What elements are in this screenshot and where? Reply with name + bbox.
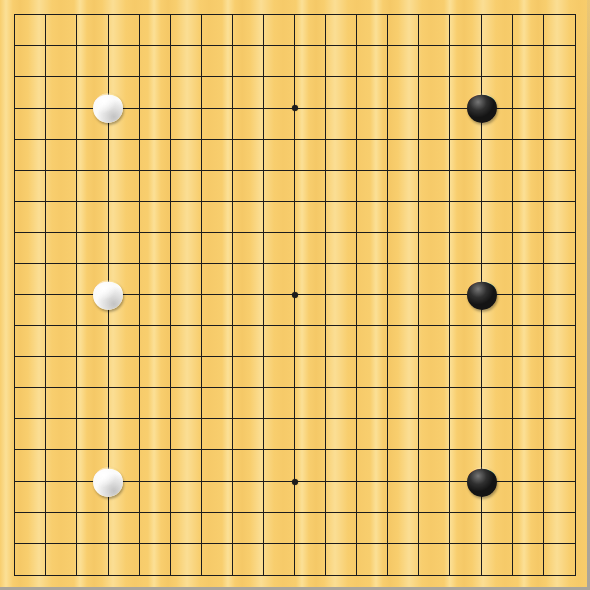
grid-cell [233,513,264,544]
grid-cell [264,264,295,295]
grid-cell [171,357,202,388]
grid-cell [171,419,202,450]
grid-cell [482,513,513,544]
grid-cell [46,357,77,388]
grid-cell [419,109,450,140]
grid-cell [357,140,388,171]
grid-cell [388,544,419,575]
grid-cell [233,202,264,233]
grid-cell [388,109,419,140]
grid-cell [357,171,388,202]
grid-cell [513,482,544,513]
grid-cell [388,357,419,388]
grid-cell [140,15,171,46]
grid-cell [202,171,233,202]
grid-cell [450,419,481,450]
grid-cell [202,46,233,77]
black-stone: ● [467,467,497,497]
grid-cell [295,357,326,388]
grid-cell [419,233,450,264]
grid-cell [233,419,264,450]
grid-cell [513,171,544,202]
grid-cell [140,388,171,419]
grid-cell [264,171,295,202]
grid-cell [295,140,326,171]
grid-cell [140,77,171,108]
grid-cell [140,450,171,481]
grid-cell [326,233,357,264]
grid-cell [513,419,544,450]
grid-cell [419,450,450,481]
grid-cell [295,202,326,233]
grid-cell [46,233,77,264]
grid-cell [109,140,140,171]
grid-cell [513,77,544,108]
grid-cell [140,326,171,357]
grid-cell [295,171,326,202]
grid-cell [357,326,388,357]
grid-cell [140,140,171,171]
grid-cell [77,544,108,575]
grid-cell [171,326,202,357]
grid-cell [357,15,388,46]
grid-cell [171,140,202,171]
grid-cell [264,326,295,357]
grid-cell [46,140,77,171]
grid-cell [77,140,108,171]
grid-cell [544,513,575,544]
grid-cell [326,15,357,46]
grid-cell [109,46,140,77]
grid-cell [264,77,295,108]
grid-cell [46,171,77,202]
grid-cell [140,544,171,575]
grid-cell [233,77,264,108]
grid-cell [202,357,233,388]
grid-cell [295,46,326,77]
grid-cell [544,15,575,46]
grid-cell [544,264,575,295]
grid-cell [419,357,450,388]
grid-cell [202,264,233,295]
grid-cell [326,140,357,171]
grid-cell [46,202,77,233]
grid-cell [15,171,46,202]
grid-cell [326,295,357,326]
grid-cell [326,513,357,544]
grid-cell [15,77,46,108]
grid-cell [388,388,419,419]
grid-cell [357,419,388,450]
grid-cell [46,46,77,77]
grid-cell [202,482,233,513]
grid-cell [46,109,77,140]
grid-cell [15,450,46,481]
black-stone: ● [467,93,497,123]
grid-cell [357,109,388,140]
grid-cell [140,233,171,264]
grid-cell [544,544,575,575]
grid-cell [513,388,544,419]
grid-cell [419,482,450,513]
grid-cell [357,77,388,108]
grid-cell [544,357,575,388]
grid-cell [295,482,326,513]
grid-cell [482,357,513,388]
grid-cell [295,77,326,108]
grid-cell [264,233,295,264]
grid-cell [450,233,481,264]
grid-cell [450,202,481,233]
grid-cell [109,513,140,544]
star-point [292,479,298,485]
grid-cell [46,388,77,419]
grid-cell [202,544,233,575]
black-stone-glyph: ● [467,467,497,497]
grid-cell [544,295,575,326]
grid-cell [233,295,264,326]
grid-cell [544,388,575,419]
grid-cell [357,295,388,326]
grid-cell [388,326,419,357]
grid-cell [513,295,544,326]
grid-cell [15,544,46,575]
grid-cell [264,450,295,481]
grid-cell [202,15,233,46]
go-board[interactable]: ●●●●●● [0,0,590,590]
grid-cell [419,46,450,77]
grid-cell [388,140,419,171]
grid-cell [233,388,264,419]
grid-cell [171,77,202,108]
grid-cell [450,388,481,419]
grid-cell [450,171,481,202]
grid-cell [388,202,419,233]
grid-cell [482,233,513,264]
grid-cell [419,513,450,544]
grid-cell [15,233,46,264]
grid-cell [46,513,77,544]
grid-cell [419,140,450,171]
grid-cell [544,450,575,481]
grid-cell [482,171,513,202]
grid-cell [264,357,295,388]
grid-cell [264,513,295,544]
grid-cell [140,357,171,388]
grid-cell [171,202,202,233]
grid-cell [357,513,388,544]
grid-cell [140,264,171,295]
grid-cell [109,233,140,264]
grid-cell [513,140,544,171]
grid-cell [109,357,140,388]
grid-cell [46,482,77,513]
black-stone: ● [467,280,497,310]
grid-cell [264,295,295,326]
grid-cell [450,544,481,575]
grid-cell [357,450,388,481]
grid-cell [233,357,264,388]
grid-cell [46,419,77,450]
grid-cell [326,109,357,140]
grid-cell [140,513,171,544]
grid-cell [513,544,544,575]
grid-cell [482,140,513,171]
grid-cell [15,388,46,419]
grid-cell [326,388,357,419]
grid-cell [388,295,419,326]
grid-cell [326,202,357,233]
grid-cell [77,171,108,202]
grid-cell [419,388,450,419]
grid-cell [388,77,419,108]
grid-cell [202,295,233,326]
grid-cell [357,482,388,513]
grid-cell [140,482,171,513]
grid-cell [295,264,326,295]
grid-cell [419,15,450,46]
grid-cell [15,202,46,233]
grid-cell [357,388,388,419]
grid-cell [388,419,419,450]
grid-cell [46,295,77,326]
grid-cell [171,388,202,419]
grid-cell [388,450,419,481]
grid-cell [326,77,357,108]
grid-cell [388,233,419,264]
grid-cell [388,482,419,513]
grid-cell [419,419,450,450]
grid-cell [77,46,108,77]
grid-cell [482,46,513,77]
grid-cell [15,264,46,295]
grid-cell [513,326,544,357]
grid-cell [46,264,77,295]
grid-cell [233,15,264,46]
grid-cell [202,419,233,450]
grid-cell [140,295,171,326]
grid-cell [77,357,108,388]
grid-cell [77,513,108,544]
grid-cell [295,450,326,481]
grid-cell [171,15,202,46]
grid-cell [357,264,388,295]
grid-cell [419,326,450,357]
grid-cell [419,171,450,202]
grid-cell [450,357,481,388]
grid-cell [388,513,419,544]
grid-cell [513,202,544,233]
grid-cell [264,109,295,140]
grid-cell [513,513,544,544]
grid-cell [357,544,388,575]
grid-cell [46,15,77,46]
grid-cell [233,171,264,202]
black-stone-glyph: ● [467,93,497,123]
grid-cell [233,450,264,481]
grid-cell [419,295,450,326]
grid-cell [15,109,46,140]
grid-cell [450,513,481,544]
grid-cell [109,388,140,419]
grid-cell [171,482,202,513]
grid-cell [140,46,171,77]
grid-cell [357,357,388,388]
grid-cell [233,326,264,357]
grid-cell [109,171,140,202]
grid-cell [15,295,46,326]
grid-cell [77,388,108,419]
grid-cell [357,233,388,264]
grid-cell [419,77,450,108]
grid-cell [295,15,326,46]
grid-cell [171,171,202,202]
grid-cell [326,357,357,388]
grid-cell [513,109,544,140]
grid-cell [15,357,46,388]
grid-cell [450,326,481,357]
grid-cell [326,482,357,513]
grid-cell [544,140,575,171]
grid-cell [233,109,264,140]
black-stone-glyph: ● [467,280,497,310]
grid-cell [326,450,357,481]
grid-cell [326,419,357,450]
star-point [292,292,298,298]
grid-cell [450,140,481,171]
grid-cell [326,326,357,357]
grid-cell [264,140,295,171]
grid-cell [171,264,202,295]
grid-cell [513,450,544,481]
grid-cell [544,46,575,77]
grid-cell [202,388,233,419]
grid-cell [46,326,77,357]
grid-cell [482,15,513,46]
grid-cell [171,544,202,575]
grid-cell [482,326,513,357]
grid-cell [202,109,233,140]
grid-cell [295,109,326,140]
grid-cell [513,264,544,295]
grid-cell [109,326,140,357]
grid-cell [15,419,46,450]
grid-cell [326,544,357,575]
grid-cell [388,171,419,202]
grid-cell [513,46,544,77]
grid-cell [482,544,513,575]
grid-cell [202,202,233,233]
grid-cell [109,544,140,575]
grid-cell [140,202,171,233]
grid-cell [171,109,202,140]
grid-cell [544,202,575,233]
grid-cell [419,202,450,233]
grid-cell [77,233,108,264]
grid-cell [15,326,46,357]
grid-cell [202,140,233,171]
grid-cell [140,171,171,202]
grid-cell [482,388,513,419]
grid-cell [109,15,140,46]
grid-cell [544,233,575,264]
grid-cell [171,295,202,326]
grid-cell [77,202,108,233]
grid-cell [357,202,388,233]
grid-cell [295,295,326,326]
grid-cell [15,46,46,77]
grid-cell [15,140,46,171]
grid-cell [140,419,171,450]
grid-cell [450,15,481,46]
grid-cell [295,419,326,450]
grid-cell [326,171,357,202]
grid-cell [77,15,108,46]
grid-cell [171,46,202,77]
grid-cell [171,450,202,481]
grid-cell [202,77,233,108]
grid-cell [264,419,295,450]
grid-cell [264,482,295,513]
grid-cell [264,15,295,46]
grid-cell [109,202,140,233]
grid-cell [295,326,326,357]
grid-cell [388,46,419,77]
grid-cell [295,388,326,419]
grid-cell [233,46,264,77]
grid-cell [15,482,46,513]
grid-cell [202,233,233,264]
grid-cell [77,326,108,357]
grid-cell [233,482,264,513]
grid-cell [233,233,264,264]
grid-cell [544,77,575,108]
white-stone-glyph: ● [93,467,123,497]
grid-cell [513,233,544,264]
grid-cell [264,46,295,77]
grid-cell [513,357,544,388]
grid-cell [544,171,575,202]
grid-cell [450,46,481,77]
grid-cell [109,419,140,450]
grid-cell [544,326,575,357]
grid-cell [46,77,77,108]
grid-cell [482,419,513,450]
grid-cell [295,233,326,264]
grid-cell [326,264,357,295]
grid-cell [171,233,202,264]
grid-cell [326,46,357,77]
grid-cell [15,15,46,46]
grid-cell [482,202,513,233]
grid-cell [264,544,295,575]
grid-cell [264,388,295,419]
grid-cell [15,513,46,544]
grid-cell [544,109,575,140]
grid-cell [295,513,326,544]
grid-cell [202,326,233,357]
grid-cell [419,544,450,575]
grid-cell [388,15,419,46]
grid-cell [233,544,264,575]
grid-cell [388,264,419,295]
grid-cell [140,109,171,140]
grid-cell [46,450,77,481]
grid-cell [357,46,388,77]
grid-cell [77,419,108,450]
grid-cell [544,482,575,513]
grid-cell [202,513,233,544]
